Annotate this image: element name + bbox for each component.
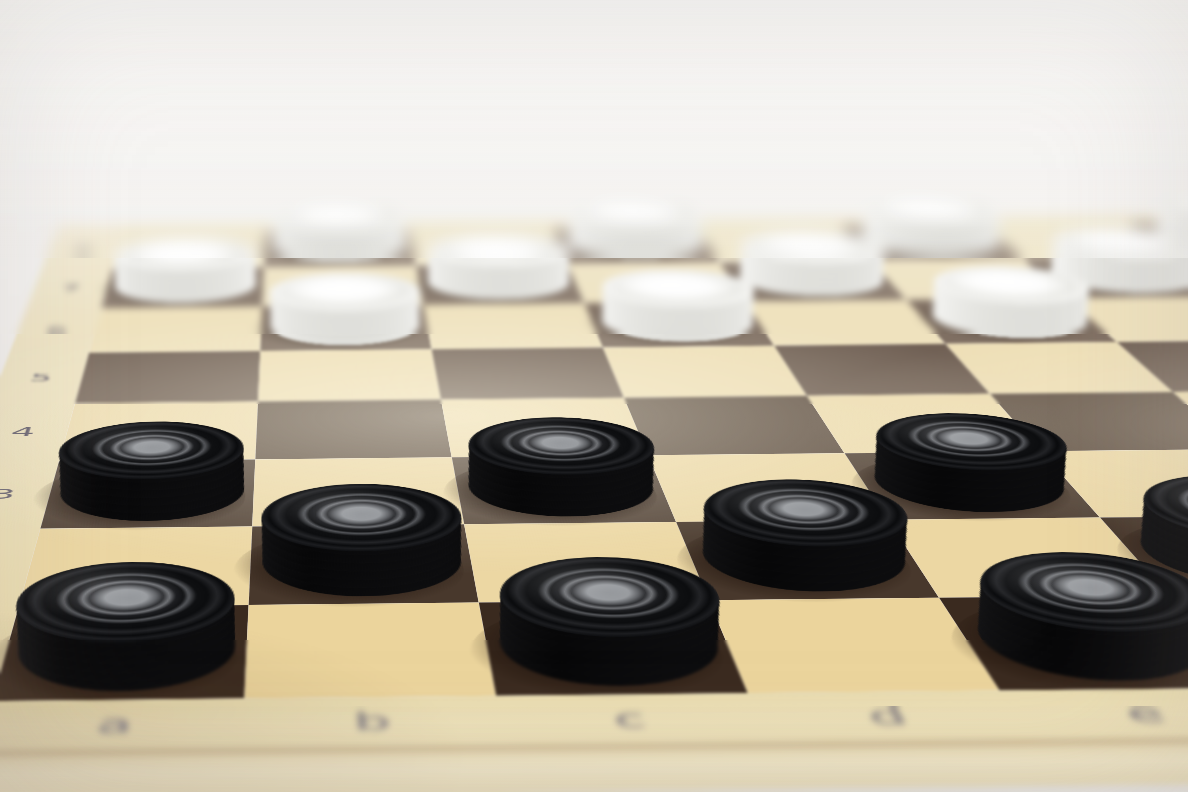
white-piece-h8 bbox=[1138, 223, 1188, 256]
black-piece-b2 bbox=[260, 528, 466, 601]
square-d8 bbox=[553, 228, 720, 264]
square-a8 bbox=[112, 232, 265, 269]
square-b8 bbox=[264, 231, 416, 268]
white-piece-b8 bbox=[272, 232, 408, 265]
square-b7 bbox=[262, 266, 423, 307]
checkers-board: abcdefgh12345678 bbox=[0, 212, 1188, 792]
square-h7 bbox=[1175, 256, 1188, 296]
square-f5 bbox=[946, 342, 1173, 394]
black-piece-c1 bbox=[491, 605, 733, 691]
square-f8 bbox=[841, 225, 1024, 261]
rank-label-5: 5 bbox=[0, 353, 89, 405]
square-c8 bbox=[410, 229, 568, 266]
square-g8 bbox=[984, 223, 1175, 259]
white-piece-d6 bbox=[593, 304, 764, 345]
square-d7 bbox=[568, 262, 745, 303]
square-g7 bbox=[1024, 258, 1188, 298]
board-top-rail bbox=[55, 212, 1188, 234]
square-d4 bbox=[624, 396, 845, 456]
square-a5 bbox=[75, 351, 260, 403]
square-b1 bbox=[244, 603, 496, 699]
white-piece-d8 bbox=[561, 229, 711, 262]
rank-label-6: 6 bbox=[9, 308, 101, 353]
square-f7 bbox=[872, 259, 1068, 300]
square-d6 bbox=[584, 302, 774, 348]
square-c6 bbox=[423, 303, 603, 349]
square-h8 bbox=[1128, 222, 1188, 258]
square-c5 bbox=[432, 347, 624, 399]
square-d5 bbox=[603, 346, 807, 398]
square-g6 bbox=[1067, 296, 1188, 342]
board-front-edge bbox=[0, 728, 1188, 792]
black-piece-e1 bbox=[953, 600, 1188, 686]
black-piece-d2 bbox=[688, 524, 925, 596]
white-piece-c7 bbox=[424, 266, 575, 303]
white-piece-b6 bbox=[269, 307, 423, 348]
file-label-c: c bbox=[497, 697, 769, 745]
square-e7 bbox=[720, 261, 907, 302]
white-piece-e7 bbox=[729, 263, 897, 300]
square-e6 bbox=[745, 300, 945, 346]
white-piece-f8 bbox=[849, 226, 1014, 259]
perspective-camera: abcdefgh12345678 bbox=[0, 0, 1188, 792]
file-label-b: b bbox=[242, 700, 505, 748]
square-a6 bbox=[89, 307, 262, 353]
file-label-a: a bbox=[0, 702, 244, 750]
board-photo-scene: abcdefgh12345678 bbox=[0, 0, 1188, 792]
rank-label-7: 7 bbox=[26, 269, 112, 309]
file-label-e: e bbox=[1002, 692, 1188, 740]
white-piece-g7 bbox=[1033, 260, 1188, 296]
square-e5 bbox=[774, 344, 990, 396]
black-piece-c3 bbox=[462, 458, 664, 520]
square-g5 bbox=[1117, 340, 1188, 392]
square-b4 bbox=[255, 400, 451, 460]
rank-label-8: 8 bbox=[41, 234, 122, 270]
square-a7 bbox=[101, 267, 264, 308]
white-piece-f6 bbox=[916, 300, 1105, 341]
square-b5 bbox=[258, 349, 441, 401]
square-e8 bbox=[697, 226, 872, 262]
black-piece-a3 bbox=[52, 463, 245, 525]
square-b6 bbox=[260, 305, 431, 351]
square-f6 bbox=[906, 298, 1116, 344]
black-piece-a1 bbox=[7, 609, 237, 695]
white-piece-a7 bbox=[110, 269, 256, 306]
square-c7 bbox=[416, 264, 584, 305]
file-label-d: d bbox=[750, 694, 1032, 742]
